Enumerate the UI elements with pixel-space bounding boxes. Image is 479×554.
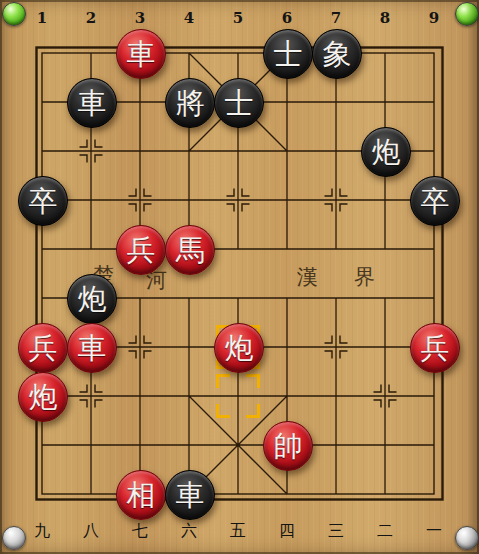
red-horse-glyph: 馬 <box>176 236 205 265</box>
black-chariot-glyph: 車 <box>176 481 205 510</box>
red-soldier-glyph: 兵 <box>127 236 156 265</box>
piece-red-elephant[interactable]: 相 <box>116 470 166 520</box>
piece-black-advisor[interactable]: 士 <box>263 29 313 79</box>
piece-black-advisor[interactable]: 士 <box>214 78 264 128</box>
piece-red-chariot[interactable]: 車 <box>67 323 117 373</box>
piece-black-cannon[interactable]: 炮 <box>67 274 117 324</box>
piece-red-soldier[interactable]: 兵 <box>18 323 68 373</box>
piece-red-chariot[interactable]: 車 <box>116 29 166 79</box>
red-cannon-glyph: 炮 <box>29 383 58 412</box>
red-chariot-glyph: 車 <box>127 40 156 69</box>
piece-black-general[interactable]: 將 <box>165 78 215 128</box>
piece-red-general[interactable]: 帥 <box>263 421 313 471</box>
red-soldier-glyph: 兵 <box>29 334 58 363</box>
piece-black-soldier[interactable]: 卒 <box>410 176 460 226</box>
piece-black-elephant[interactable]: 象 <box>312 29 362 79</box>
black-chariot-glyph: 車 <box>78 89 107 118</box>
piece-black-soldier[interactable]: 卒 <box>18 176 68 226</box>
piece-red-horse[interactable]: 馬 <box>165 225 215 275</box>
red-elephant-glyph: 相 <box>127 481 156 510</box>
piece-black-chariot[interactable]: 車 <box>165 470 215 520</box>
black-soldier-glyph: 卒 <box>421 187 450 216</box>
red-chariot-glyph: 車 <box>78 334 107 363</box>
black-general-glyph: 將 <box>176 89 205 118</box>
piece-black-chariot[interactable]: 車 <box>67 78 117 128</box>
black-cannon-glyph: 炮 <box>372 138 401 167</box>
black-advisor-glyph: 士 <box>225 89 254 118</box>
red-general-glyph: 帥 <box>274 432 303 461</box>
piece-black-cannon[interactable]: 炮 <box>361 127 411 177</box>
piece-red-soldier[interactable]: 兵 <box>116 225 166 275</box>
red-cannon-glyph: 炮 <box>225 334 254 363</box>
piece-red-cannon[interactable]: 炮 <box>18 372 68 422</box>
xiangqi-board-app: 1 2 3 4 5 6 7 8 9 楚 河 漢 界 車士象車將士炮卒卒兵馬炮兵車… <box>0 0 479 554</box>
black-cannon-glyph: 炮 <box>78 285 107 314</box>
black-advisor-glyph: 士 <box>274 40 303 69</box>
black-soldier-glyph: 卒 <box>29 187 58 216</box>
black-elephant-glyph: 象 <box>323 40 352 69</box>
red-soldier-glyph: 兵 <box>421 334 450 363</box>
piece-red-soldier[interactable]: 兵 <box>410 323 460 373</box>
piece-red-cannon[interactable]: 炮 <box>214 323 264 373</box>
